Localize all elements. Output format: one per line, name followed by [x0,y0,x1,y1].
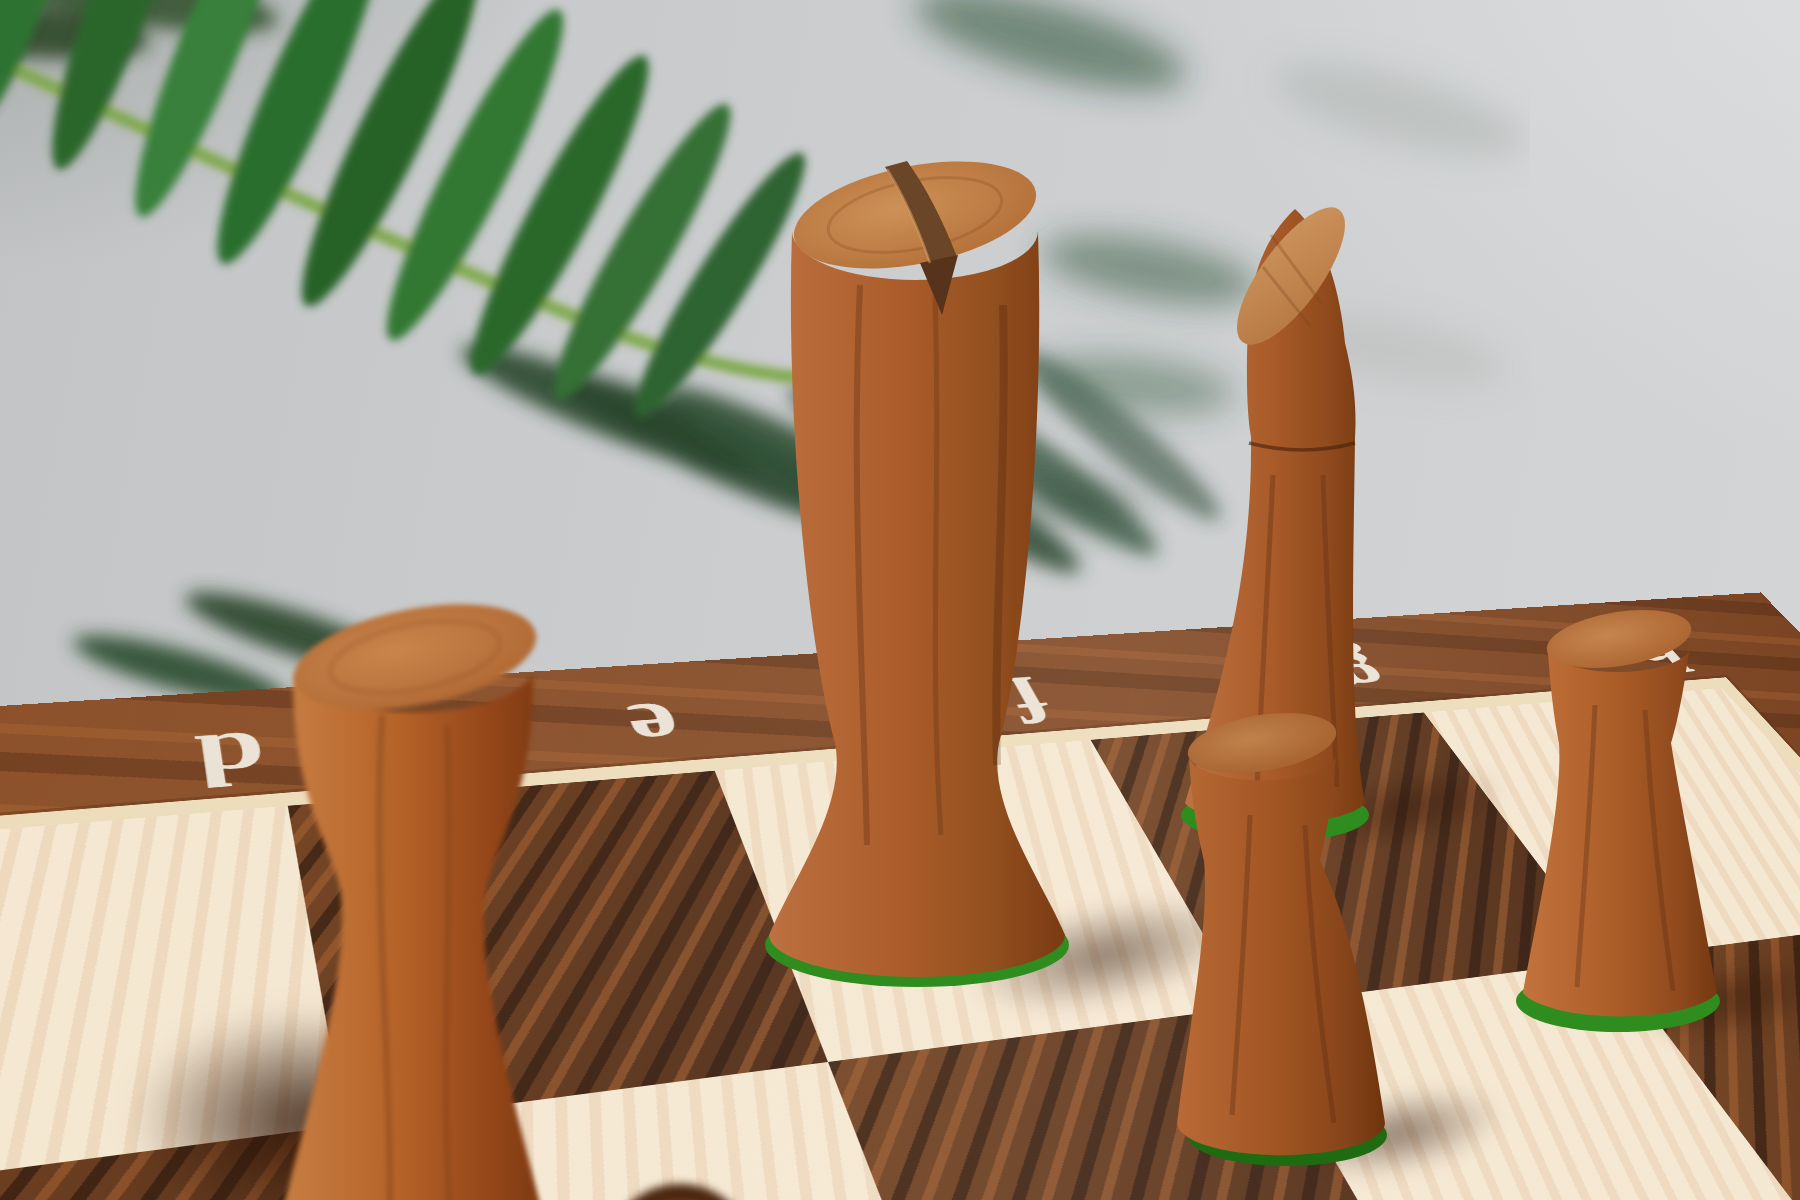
photo-scene: defgh [0,0,1800,1200]
